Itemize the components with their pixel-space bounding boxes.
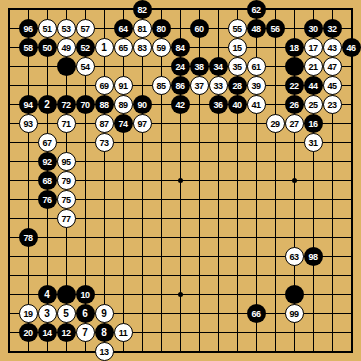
grid-line-horizontal	[9, 275, 352, 276]
move-number-label: 32	[327, 24, 336, 33]
stone-white-move-81: 81	[133, 19, 152, 38]
move-number-label: 3	[44, 309, 50, 319]
stone-black-move-20: 20	[19, 323, 38, 342]
stone-white-move-9: 9	[95, 304, 114, 323]
move-number-label: 19	[23, 309, 32, 318]
stone-black-move-14: 14	[38, 323, 57, 342]
move-number-label: 24	[175, 62, 184, 71]
stone-white-move-41: 41	[247, 95, 266, 114]
stone-black-move-76: 76	[38, 190, 57, 209]
stone-white-move-1: 1	[95, 38, 114, 57]
move-number-label: 39	[251, 81, 260, 90]
move-number-label: 88	[99, 100, 108, 109]
move-number-label: 48	[251, 24, 260, 33]
stone-white-move-83: 83	[133, 38, 152, 57]
move-number-label: 54	[80, 62, 89, 71]
stone-black-move-98: 98	[304, 247, 323, 266]
move-number-label: 18	[289, 43, 298, 52]
move-number-label: 26	[289, 100, 298, 109]
stone-black-move-28: 28	[228, 76, 247, 95]
move-number-label: 52	[80, 43, 89, 52]
grid-line-vertical	[104, 9, 105, 352]
move-number-label: 83	[137, 43, 146, 52]
move-number-label: 5	[63, 309, 69, 319]
stone-black-move-22: 22	[285, 76, 304, 95]
move-number-label: 56	[270, 24, 279, 33]
stone-white-move-51: 51	[38, 19, 57, 38]
move-number-label: 9	[101, 309, 107, 319]
stone-white-move-75: 75	[57, 190, 76, 209]
move-number-label: 4	[44, 290, 50, 300]
move-number-label: 77	[61, 214, 70, 223]
stone-white-move-95: 95	[57, 152, 76, 171]
stone-white-move-31: 31	[304, 133, 323, 152]
move-number-label: 14	[42, 328, 51, 337]
move-number-label: 15	[232, 43, 241, 52]
move-number-label: 59	[156, 43, 165, 52]
stone-white-move-79: 79	[57, 171, 76, 190]
move-number-label: 40	[232, 100, 241, 109]
stone-black-move-88: 88	[95, 95, 114, 114]
stone-black-move-8: 8	[95, 323, 114, 342]
stone-white-move-35: 35	[228, 57, 247, 76]
grid-line-vertical	[142, 9, 143, 352]
move-number-label: 91	[118, 81, 127, 90]
move-number-label: 16	[308, 119, 317, 128]
stone-black-move-24: 24	[171, 57, 190, 76]
move-number-label: 67	[42, 138, 51, 147]
star-point	[292, 178, 297, 183]
move-number-label: 6	[82, 309, 88, 319]
stone-white-move-49: 49	[57, 38, 76, 57]
stone-white-move-67: 67	[38, 133, 57, 152]
move-number-label: 82	[137, 5, 146, 14]
move-number-label: 45	[327, 81, 336, 90]
stone-black-move-68: 68	[38, 171, 57, 190]
move-number-label: 72	[61, 100, 70, 109]
move-number-label: 55	[232, 24, 241, 33]
move-number-label: 50	[42, 43, 51, 52]
stone-white-move-59: 59	[152, 38, 171, 57]
stone-white-move-5: 5	[57, 304, 76, 323]
stone-black-move-90: 90	[133, 95, 152, 114]
move-number-label: 66	[251, 309, 260, 318]
move-number-label: 20	[23, 328, 32, 337]
move-number-label: 64	[118, 24, 127, 33]
stone-black-move-50: 50	[38, 38, 57, 57]
stone-white-move-99: 99	[285, 304, 304, 323]
move-number-label: 94	[23, 100, 32, 109]
go-board: 8262965153576481806055485630325850495216…	[0, 0, 361, 361]
move-number-label: 84	[175, 43, 184, 52]
stone-white-move-19: 19	[19, 304, 38, 323]
move-number-label: 7	[82, 328, 88, 338]
stone-black-move-70: 70	[76, 95, 95, 114]
stone-white-move-69: 69	[95, 76, 114, 95]
move-number-label: 99	[289, 309, 298, 318]
stone-white-move-21: 21	[304, 57, 323, 76]
stone-black-move-12: 12	[57, 323, 76, 342]
move-number-label: 65	[118, 43, 127, 52]
move-number-label: 92	[42, 157, 51, 166]
stone-white-move-15: 15	[228, 38, 247, 57]
move-number-label: 43	[327, 43, 336, 52]
stone-black-move-16: 16	[304, 114, 323, 133]
stone-white-move-27: 27	[285, 114, 304, 133]
stone-white-move-89: 89	[114, 95, 133, 114]
stone-white-move-7: 7	[76, 323, 95, 342]
stone-black-move-78: 78	[19, 228, 38, 247]
move-number-label: 97	[137, 119, 146, 128]
move-number-label: 47	[327, 62, 336, 71]
stone-black-move-96: 96	[19, 19, 38, 38]
stone-white-move-53: 53	[57, 19, 76, 38]
grid-line-vertical	[161, 9, 162, 352]
stone-black-move-38: 38	[190, 57, 209, 76]
move-number-label: 37	[194, 81, 203, 90]
move-number-label: 8	[101, 328, 107, 338]
stone-white-move-25: 25	[304, 95, 323, 114]
move-number-label: 76	[42, 195, 51, 204]
stone-white-move-73: 73	[95, 133, 114, 152]
stone-black-move-72: 72	[57, 95, 76, 114]
grid-line-horizontal	[9, 142, 352, 143]
stone-white-move-23: 23	[323, 95, 342, 114]
move-number-label: 79	[61, 176, 70, 185]
stone-black-move-62: 62	[247, 0, 266, 19]
move-number-label: 74	[118, 119, 127, 128]
move-number-label: 93	[23, 119, 32, 128]
grid-line-vertical	[28, 9, 29, 352]
move-number-label: 11	[119, 328, 128, 337]
move-number-label: 98	[308, 252, 317, 261]
stone-black-move-64: 64	[114, 19, 133, 38]
move-number-label: 68	[42, 176, 51, 185]
stone-black-move-84: 84	[171, 38, 190, 57]
stone-black-move-56: 56	[266, 19, 285, 38]
move-number-label: 87	[99, 119, 108, 128]
move-number-label: 90	[137, 100, 146, 109]
stone-black-move-82: 82	[133, 0, 152, 19]
move-number-label: 27	[289, 119, 298, 128]
move-number-label: 71	[61, 119, 70, 128]
stone-black-handicap	[285, 285, 304, 304]
stone-black-move-42: 42	[171, 95, 190, 114]
stone-black-move-48: 48	[247, 19, 266, 38]
stone-black-move-44: 44	[304, 76, 323, 95]
move-number-label: 12	[61, 328, 70, 337]
move-number-label: 33	[213, 81, 222, 90]
move-number-label: 1	[101, 43, 107, 53]
stone-black-handicap	[57, 57, 76, 76]
stone-white-move-3: 3	[38, 304, 57, 323]
move-number-label: 61	[251, 62, 260, 71]
move-number-label: 25	[308, 100, 317, 109]
move-number-label: 78	[23, 233, 32, 242]
stone-black-move-46: 46	[342, 38, 361, 57]
stone-white-move-85: 85	[152, 76, 171, 95]
stone-black-move-32: 32	[323, 19, 342, 38]
move-number-label: 31	[308, 138, 317, 147]
grid-line-horizontal	[9, 237, 352, 238]
move-number-label: 28	[232, 81, 241, 90]
stone-black-move-92: 92	[38, 152, 57, 171]
move-number-label: 49	[61, 43, 70, 52]
stone-white-move-77: 77	[57, 209, 76, 228]
move-number-label: 73	[99, 138, 108, 147]
stone-black-handicap	[57, 285, 76, 304]
move-number-label: 23	[327, 100, 336, 109]
stone-white-move-13: 13	[95, 342, 114, 361]
stone-white-move-61: 61	[247, 57, 266, 76]
stone-white-move-43: 43	[323, 38, 342, 57]
star-point	[178, 178, 183, 183]
move-number-label: 2	[44, 100, 50, 110]
move-number-label: 41	[251, 100, 260, 109]
move-number-label: 85	[156, 81, 165, 90]
stone-white-move-63: 63	[285, 247, 304, 266]
move-number-label: 38	[194, 62, 203, 71]
move-number-label: 80	[156, 24, 165, 33]
stone-white-move-65: 65	[114, 38, 133, 57]
stone-white-move-11: 11	[114, 323, 133, 342]
move-number-label: 17	[308, 43, 317, 52]
move-number-label: 96	[23, 24, 32, 33]
stone-black-move-58: 58	[19, 38, 38, 57]
stone-black-move-94: 94	[19, 95, 38, 114]
move-number-label: 30	[308, 24, 317, 33]
stone-black-move-26: 26	[285, 95, 304, 114]
move-number-label: 10	[80, 290, 89, 299]
stone-white-move-33: 33	[209, 76, 228, 95]
grid-line-vertical	[123, 9, 124, 352]
stone-white-move-55: 55	[228, 19, 247, 38]
stone-white-move-45: 45	[323, 76, 342, 95]
move-number-label: 46	[346, 43, 355, 52]
move-number-label: 57	[80, 24, 89, 33]
move-number-label: 21	[308, 62, 317, 71]
move-number-label: 42	[175, 100, 184, 109]
stone-white-move-39: 39	[247, 76, 266, 95]
move-number-label: 22	[289, 81, 298, 90]
stone-black-move-36: 36	[209, 95, 228, 114]
move-number-label: 44	[308, 81, 317, 90]
stone-black-move-2: 2	[38, 95, 57, 114]
move-number-label: 95	[61, 157, 70, 166]
stone-black-move-86: 86	[171, 76, 190, 95]
move-number-label: 35	[232, 62, 241, 71]
move-number-label: 89	[118, 100, 127, 109]
move-number-label: 75	[61, 195, 70, 204]
stone-black-move-40: 40	[228, 95, 247, 114]
stone-black-move-80: 80	[152, 19, 171, 38]
star-point	[178, 292, 183, 297]
stone-white-move-29: 29	[266, 114, 285, 133]
stone-white-move-71: 71	[57, 114, 76, 133]
move-number-label: 36	[213, 100, 222, 109]
stone-white-move-91: 91	[114, 76, 133, 95]
move-number-label: 86	[175, 81, 184, 90]
move-number-label: 13	[99, 347, 108, 356]
stone-black-move-30: 30	[304, 19, 323, 38]
stone-white-move-87: 87	[95, 114, 114, 133]
stone-white-move-57: 57	[76, 19, 95, 38]
move-number-label: 34	[213, 62, 222, 71]
move-number-label: 63	[289, 252, 298, 261]
grid-line-vertical	[275, 9, 276, 352]
stone-white-move-97: 97	[133, 114, 152, 133]
move-number-label: 69	[99, 81, 108, 90]
stone-black-move-6: 6	[76, 304, 95, 323]
move-number-label: 70	[80, 100, 89, 109]
move-number-label: 62	[251, 5, 260, 14]
stone-black-move-18: 18	[285, 38, 304, 57]
stone-black-handicap	[285, 57, 304, 76]
move-number-label: 81	[137, 24, 146, 33]
stone-white-move-54: 54	[76, 57, 95, 76]
stone-black-move-74: 74	[114, 114, 133, 133]
move-number-label: 51	[42, 24, 51, 33]
stone-black-move-60: 60	[190, 19, 209, 38]
move-number-label: 29	[270, 119, 279, 128]
stone-black-move-10: 10	[76, 285, 95, 304]
stone-white-move-37: 37	[190, 76, 209, 95]
stone-white-move-93: 93	[19, 114, 38, 133]
stone-black-move-52: 52	[76, 38, 95, 57]
stone-black-move-4: 4	[38, 285, 57, 304]
stone-black-move-34: 34	[209, 57, 228, 76]
stone-white-move-47: 47	[323, 57, 342, 76]
stone-white-move-17: 17	[304, 38, 323, 57]
stone-black-move-66: 66	[247, 304, 266, 323]
move-number-label: 53	[61, 24, 70, 33]
move-number-label: 58	[23, 43, 32, 52]
move-number-label: 60	[194, 24, 203, 33]
